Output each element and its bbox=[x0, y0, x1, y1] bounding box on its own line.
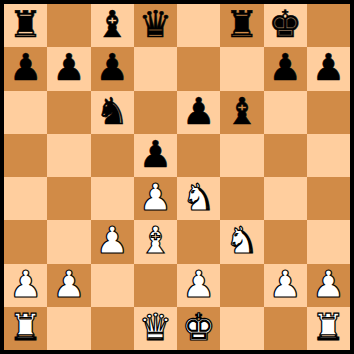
square-e2[interactable]: ♟︎ bbox=[177, 264, 220, 307]
square-h7[interactable]: ♟︎ bbox=[307, 47, 350, 90]
square-e3[interactable] bbox=[177, 220, 220, 263]
square-f7[interactable] bbox=[220, 47, 263, 90]
chess-board: ♜︎♝︎♛︎♜︎♚︎♟︎♟︎♟︎♟︎♟︎♞︎♟︎♝︎♟︎♟︎♞︎♟︎♝︎♞︎♟︎… bbox=[4, 4, 350, 350]
square-c8[interactable]: ♝︎ bbox=[91, 4, 134, 47]
square-g5[interactable] bbox=[264, 134, 307, 177]
square-b4[interactable] bbox=[47, 177, 90, 220]
square-g6[interactable] bbox=[264, 91, 307, 134]
piece-black-pawn-icon[interactable]: ♟︎ bbox=[9, 49, 42, 86]
square-g3[interactable] bbox=[264, 220, 307, 263]
square-h4[interactable] bbox=[307, 177, 350, 220]
square-h3[interactable] bbox=[307, 220, 350, 263]
piece-white-rook-icon[interactable]: ♜︎ bbox=[312, 309, 345, 346]
square-f8[interactable]: ♜︎ bbox=[220, 4, 263, 47]
square-b6[interactable] bbox=[47, 91, 90, 134]
square-e7[interactable] bbox=[177, 47, 220, 90]
piece-black-pawn-icon[interactable]: ♟︎ bbox=[96, 49, 129, 86]
square-d4[interactable]: ♟︎ bbox=[134, 177, 177, 220]
square-g4[interactable] bbox=[264, 177, 307, 220]
square-d6[interactable] bbox=[134, 91, 177, 134]
square-g8[interactable]: ♚︎ bbox=[264, 4, 307, 47]
square-e5[interactable] bbox=[177, 134, 220, 177]
square-a1[interactable]: ♜︎ bbox=[4, 307, 47, 350]
square-h8[interactable] bbox=[307, 4, 350, 47]
square-d7[interactable] bbox=[134, 47, 177, 90]
piece-black-pawn-icon[interactable]: ♟︎ bbox=[182, 93, 215, 130]
square-d3[interactable]: ♝︎ bbox=[134, 220, 177, 263]
square-a4[interactable] bbox=[4, 177, 47, 220]
square-b7[interactable]: ♟︎ bbox=[47, 47, 90, 90]
square-d1[interactable]: ♛︎ bbox=[134, 307, 177, 350]
square-f3[interactable]: ♞︎ bbox=[220, 220, 263, 263]
square-e4[interactable]: ♞︎ bbox=[177, 177, 220, 220]
square-c4[interactable] bbox=[91, 177, 134, 220]
square-f1[interactable] bbox=[220, 307, 263, 350]
piece-black-king-icon[interactable]: ♚︎ bbox=[269, 6, 302, 43]
piece-white-pawn-icon[interactable]: ♟︎ bbox=[312, 266, 345, 303]
piece-white-pawn-icon[interactable]: ♟︎ bbox=[269, 266, 302, 303]
piece-black-pawn-icon[interactable]: ♟︎ bbox=[312, 49, 345, 86]
square-c6[interactable]: ♞︎ bbox=[91, 91, 134, 134]
square-e1[interactable]: ♚︎ bbox=[177, 307, 220, 350]
square-a2[interactable]: ♟︎ bbox=[4, 264, 47, 307]
square-b5[interactable] bbox=[47, 134, 90, 177]
square-g2[interactable]: ♟︎ bbox=[264, 264, 307, 307]
piece-white-pawn-icon[interactable]: ♟︎ bbox=[182, 266, 215, 303]
square-g1[interactable] bbox=[264, 307, 307, 350]
piece-white-pawn-icon[interactable]: ♟︎ bbox=[96, 222, 129, 259]
piece-black-rook-icon[interactable]: ♜︎ bbox=[9, 6, 42, 43]
piece-white-knight-icon[interactable]: ♞︎ bbox=[182, 179, 215, 216]
piece-black-knight-icon[interactable]: ♞︎ bbox=[96, 93, 129, 130]
square-b2[interactable]: ♟︎ bbox=[47, 264, 90, 307]
piece-white-king-icon[interactable]: ♚︎ bbox=[182, 309, 215, 346]
square-f4[interactable] bbox=[220, 177, 263, 220]
piece-black-queen-icon[interactable]: ♛︎ bbox=[139, 6, 172, 43]
square-f5[interactable] bbox=[220, 134, 263, 177]
square-f2[interactable] bbox=[220, 264, 263, 307]
piece-black-pawn-icon[interactable]: ♟︎ bbox=[139, 136, 172, 173]
square-c2[interactable] bbox=[91, 264, 134, 307]
square-a5[interactable] bbox=[4, 134, 47, 177]
piece-white-rook-icon[interactable]: ♜︎ bbox=[9, 309, 42, 346]
square-g7[interactable]: ♟︎ bbox=[264, 47, 307, 90]
piece-white-pawn-icon[interactable]: ♟︎ bbox=[52, 266, 85, 303]
piece-white-queen-icon[interactable]: ♛︎ bbox=[139, 309, 172, 346]
square-h5[interactable] bbox=[307, 134, 350, 177]
piece-white-bishop-icon[interactable]: ♝︎ bbox=[139, 222, 172, 259]
square-a7[interactable]: ♟︎ bbox=[4, 47, 47, 90]
square-a3[interactable] bbox=[4, 220, 47, 263]
square-d8[interactable]: ♛︎ bbox=[134, 4, 177, 47]
square-e8[interactable] bbox=[177, 4, 220, 47]
board-frame: ♜︎♝︎♛︎♜︎♚︎♟︎♟︎♟︎♟︎♟︎♞︎♟︎♝︎♟︎♟︎♞︎♟︎♝︎♞︎♟︎… bbox=[0, 0, 354, 354]
square-b1[interactable] bbox=[47, 307, 90, 350]
piece-black-bishop-icon[interactable]: ♝︎ bbox=[96, 6, 129, 43]
square-a6[interactable] bbox=[4, 91, 47, 134]
square-h2[interactable]: ♟︎ bbox=[307, 264, 350, 307]
piece-black-pawn-icon[interactable]: ♟︎ bbox=[269, 49, 302, 86]
square-c7[interactable]: ♟︎ bbox=[91, 47, 134, 90]
square-c3[interactable]: ♟︎ bbox=[91, 220, 134, 263]
square-f6[interactable]: ♝︎ bbox=[220, 91, 263, 134]
piece-black-rook-icon[interactable]: ♜︎ bbox=[225, 6, 258, 43]
square-e6[interactable]: ♟︎ bbox=[177, 91, 220, 134]
square-d2[interactable] bbox=[134, 264, 177, 307]
piece-black-bishop-icon[interactable]: ♝︎ bbox=[225, 93, 258, 130]
square-b8[interactable] bbox=[47, 4, 90, 47]
square-b3[interactable] bbox=[47, 220, 90, 263]
square-c1[interactable] bbox=[91, 307, 134, 350]
piece-white-pawn-icon[interactable]: ♟︎ bbox=[139, 179, 172, 216]
piece-white-knight-icon[interactable]: ♞︎ bbox=[225, 222, 258, 259]
piece-white-pawn-icon[interactable]: ♟︎ bbox=[9, 266, 42, 303]
square-h1[interactable]: ♜︎ bbox=[307, 307, 350, 350]
square-d5[interactable]: ♟︎ bbox=[134, 134, 177, 177]
piece-black-pawn-icon[interactable]: ♟︎ bbox=[52, 49, 85, 86]
square-c5[interactable] bbox=[91, 134, 134, 177]
square-h6[interactable] bbox=[307, 91, 350, 134]
square-a8[interactable]: ♜︎ bbox=[4, 4, 47, 47]
